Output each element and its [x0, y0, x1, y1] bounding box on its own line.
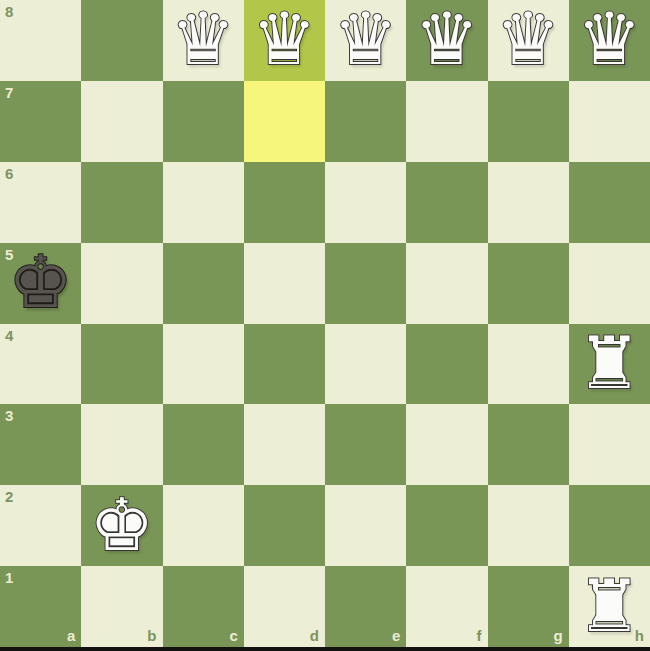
- square-g2[interactable]: [488, 485, 569, 566]
- rank-label-4: 4: [5, 327, 13, 344]
- piece-white-queen[interactable]: ♛: [171, 3, 236, 75]
- square-h1[interactable]: h♜: [569, 566, 650, 647]
- rank-label-7: 7: [5, 84, 13, 101]
- square-d3[interactable]: [244, 404, 325, 485]
- square-e4[interactable]: [325, 324, 406, 405]
- square-b7[interactable]: [81, 81, 162, 162]
- piece-white-queen[interactable]: ♛: [252, 3, 317, 75]
- square-d6[interactable]: [244, 162, 325, 243]
- piece-white-rook[interactable]: ♜: [577, 327, 642, 399]
- square-c7[interactable]: [163, 81, 244, 162]
- square-a5[interactable]: 5♚: [0, 243, 81, 324]
- file-label-d: d: [310, 627, 319, 644]
- square-e5[interactable]: [325, 243, 406, 324]
- square-f5[interactable]: [406, 243, 487, 324]
- square-e6[interactable]: [325, 162, 406, 243]
- square-b4[interactable]: [81, 324, 162, 405]
- rank-label-3: 3: [5, 407, 13, 424]
- square-c1[interactable]: c: [163, 566, 244, 647]
- square-h2[interactable]: [569, 485, 650, 566]
- square-a2[interactable]: 2: [0, 485, 81, 566]
- square-g5[interactable]: [488, 243, 569, 324]
- file-label-b: b: [147, 627, 156, 644]
- square-g6[interactable]: [488, 162, 569, 243]
- bottom-edge: [0, 647, 650, 651]
- square-f8[interactable]: ♛: [406, 0, 487, 81]
- square-f7[interactable]: [406, 81, 487, 162]
- square-f1[interactable]: f: [406, 566, 487, 647]
- square-h7[interactable]: [569, 81, 650, 162]
- square-a3[interactable]: 3: [0, 404, 81, 485]
- file-label-c: c: [229, 627, 237, 644]
- square-a4[interactable]: 4: [0, 324, 81, 405]
- square-b6[interactable]: [81, 162, 162, 243]
- rank-label-8: 8: [5, 3, 13, 20]
- square-e3[interactable]: [325, 404, 406, 485]
- file-label-a: a: [67, 627, 75, 644]
- file-label-g: g: [554, 627, 563, 644]
- square-g8[interactable]: ♛: [488, 0, 569, 81]
- piece-white-queen[interactable]: ♛: [496, 3, 561, 75]
- square-h5[interactable]: [569, 243, 650, 324]
- square-h8[interactable]: ♛: [569, 0, 650, 81]
- square-b2[interactable]: ♚: [81, 485, 162, 566]
- square-c8[interactable]: ♛: [163, 0, 244, 81]
- square-g1[interactable]: g: [488, 566, 569, 647]
- square-f4[interactable]: [406, 324, 487, 405]
- square-b5[interactable]: [81, 243, 162, 324]
- square-h4[interactable]: ♜: [569, 324, 650, 405]
- piece-white-queen[interactable]: ♛: [415, 3, 480, 75]
- square-d4[interactable]: [244, 324, 325, 405]
- square-c6[interactable]: [163, 162, 244, 243]
- square-e1[interactable]: e: [325, 566, 406, 647]
- square-b1[interactable]: b: [81, 566, 162, 647]
- square-h3[interactable]: [569, 404, 650, 485]
- square-c2[interactable]: [163, 485, 244, 566]
- square-f3[interactable]: [406, 404, 487, 485]
- square-b3[interactable]: [81, 404, 162, 485]
- square-a6[interactable]: 6: [0, 162, 81, 243]
- piece-white-queen[interactable]: ♛: [577, 3, 642, 75]
- chessboard-screenshot: 8♛♛♛♛♛♛765♚4♜32♚1abcdefgh♜: [0, 0, 650, 651]
- square-g3[interactable]: [488, 404, 569, 485]
- square-c5[interactable]: [163, 243, 244, 324]
- piece-white-king[interactable]: ♚: [90, 489, 155, 561]
- square-f2[interactable]: [406, 485, 487, 566]
- square-b8[interactable]: [81, 0, 162, 81]
- square-a7[interactable]: 7: [0, 81, 81, 162]
- square-d7[interactable]: [244, 81, 325, 162]
- piece-white-rook[interactable]: ♜: [577, 570, 642, 642]
- square-d8[interactable]: ♛: [244, 0, 325, 81]
- square-e2[interactable]: [325, 485, 406, 566]
- rank-label-6: 6: [5, 165, 13, 182]
- square-d5[interactable]: [244, 243, 325, 324]
- square-c3[interactable]: [163, 404, 244, 485]
- square-d1[interactable]: d: [244, 566, 325, 647]
- piece-black-king[interactable]: ♚: [8, 246, 73, 318]
- chess-board: 8♛♛♛♛♛♛765♚4♜32♚1abcdefgh♜: [0, 0, 650, 647]
- rank-label-2: 2: [5, 488, 13, 505]
- square-f6[interactable]: [406, 162, 487, 243]
- file-label-e: e: [392, 627, 400, 644]
- rank-label-1: 1: [5, 569, 13, 586]
- square-a1[interactable]: 1a: [0, 566, 81, 647]
- square-g7[interactable]: [488, 81, 569, 162]
- file-label-f: f: [477, 627, 482, 644]
- square-c4[interactable]: [163, 324, 244, 405]
- piece-white-queen[interactable]: ♛: [333, 3, 398, 75]
- square-e8[interactable]: ♛: [325, 0, 406, 81]
- square-h6[interactable]: [569, 162, 650, 243]
- square-g4[interactable]: [488, 324, 569, 405]
- square-e7[interactable]: [325, 81, 406, 162]
- square-a8[interactable]: 8: [0, 0, 81, 81]
- square-d2[interactable]: [244, 485, 325, 566]
